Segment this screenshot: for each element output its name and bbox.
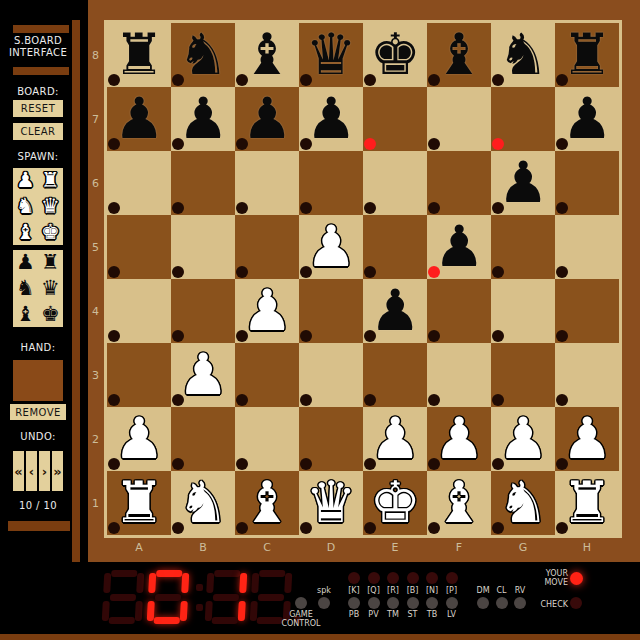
- segment-e: [250, 601, 258, 621]
- mode-led-CL: [496, 597, 508, 609]
- chess-board: 87654321 ♜♞♝♛♚♝♞♜♟♟♟♟♟♟♟♟♟♟♟♟♟♟♟♟♜♞♝♛♚♝♞…: [88, 0, 640, 562]
- rank-label-8: 8: [88, 23, 103, 87]
- square-d5[interactable]: ♟: [299, 215, 363, 279]
- segment-e: [205, 601, 213, 621]
- square-h3[interactable]: [555, 343, 619, 407]
- segment-d: [154, 617, 180, 624]
- square-led: [492, 74, 504, 86]
- clock-colon-dot: [196, 584, 203, 591]
- square-a2[interactable]: ♟: [107, 407, 171, 471]
- square-d7[interactable]: ♟: [299, 87, 363, 151]
- square-a4[interactable]: [107, 279, 171, 343]
- file-label-B: B: [171, 541, 235, 557]
- square-led: [300, 74, 312, 86]
- rank-label-7: 7: [88, 87, 103, 151]
- divider-bar-top: [13, 25, 69, 33]
- undo-first-button[interactable]: «: [13, 451, 24, 491]
- square-b7[interactable]: ♟: [171, 87, 235, 151]
- segment-f: [103, 573, 111, 593]
- square-led: [556, 74, 568, 86]
- spawn-black-bishop-button[interactable]: ♝: [13, 301, 38, 327]
- function-led-TB: [426, 597, 438, 609]
- square-f6[interactable]: [427, 151, 491, 215]
- square-e3[interactable]: [363, 343, 427, 407]
- square-led: [556, 330, 568, 342]
- segment-g: [155, 594, 181, 601]
- spawn-white-rook-button[interactable]: ♜: [38, 168, 63, 194]
- square-led: [300, 202, 312, 214]
- spk-led: [318, 597, 330, 609]
- square-c8[interactable]: ♝: [235, 23, 299, 87]
- spawn-black-king-button[interactable]: ♚: [38, 301, 63, 327]
- spawn-black-queen-button[interactable]: ♛: [38, 276, 63, 302]
- square-led: [236, 74, 248, 86]
- file-label-E: E: [363, 541, 427, 557]
- white-bishop: ♝: [16, 222, 35, 243]
- undo-back-button[interactable]: ‹: [26, 451, 37, 491]
- black-rook: ♜: [41, 252, 60, 273]
- spawn-section-label: SPAWN:: [0, 151, 76, 162]
- rank-label-6: 6: [88, 151, 103, 215]
- square-c1[interactable]: ♝: [235, 471, 299, 535]
- your-move-line1: YOUR: [524, 569, 568, 578]
- white-king: ♚: [41, 222, 60, 243]
- hand-section-label: HAND:: [0, 342, 76, 353]
- square-led: [108, 202, 120, 214]
- square-led: [172, 522, 184, 534]
- square-led: [172, 458, 184, 470]
- undo-controls: « ‹ › »: [13, 451, 63, 491]
- white-rook: ♜: [41, 170, 60, 191]
- hand-box[interactable]: [13, 360, 63, 401]
- square-led: [300, 138, 312, 150]
- your-move-line2: MOVE: [524, 578, 568, 587]
- square-led: [108, 522, 120, 534]
- square-led: [236, 458, 248, 470]
- piece-led-top-[B]: [407, 572, 419, 584]
- square-h2[interactable]: ♟: [555, 407, 619, 471]
- square-led: [428, 330, 440, 342]
- square-g2[interactable]: ♟: [491, 407, 555, 471]
- segment-c: [135, 601, 143, 621]
- segment-g: [110, 594, 136, 601]
- square-led: [492, 522, 504, 534]
- square-led: [236, 394, 248, 406]
- file-label-G: G: [491, 541, 555, 557]
- square-e2[interactable]: ♟: [363, 407, 427, 471]
- square-e6[interactable]: [363, 151, 427, 215]
- square-led: [300, 330, 312, 342]
- board-section-label: BOARD:: [0, 86, 76, 97]
- spawn-white-knight-button[interactable]: ♞: [13, 194, 38, 220]
- piece-label-[P]: [P]: [438, 586, 466, 595]
- control-panel: GAME CONTROL spk [K]PB[Q]PV[R]TM[B]ST[N]…: [0, 562, 640, 640]
- square-d3[interactable]: [299, 343, 363, 407]
- your-move-label: YOUR MOVE: [524, 569, 568, 587]
- square-d2[interactable]: [299, 407, 363, 471]
- square-g4[interactable]: [491, 279, 555, 343]
- segment-a: [214, 570, 240, 577]
- square-led: [556, 202, 568, 214]
- game-label-line2: CONTROL: [278, 619, 324, 628]
- sidebar: S.BOARD INTERFACE BOARD: RESET CLEAR SPA…: [0, 0, 85, 640]
- square-led: [172, 266, 184, 278]
- game-label-line1: GAME: [278, 610, 324, 619]
- check-label: CHECK: [524, 600, 568, 609]
- black-bishop: ♝: [16, 304, 35, 325]
- segment-c: [238, 601, 246, 621]
- app-title-line2: INTERFACE: [0, 47, 76, 58]
- segment-e: [147, 601, 155, 621]
- white-knight: ♞: [16, 196, 35, 217]
- file-label-A: A: [107, 541, 171, 557]
- square-a8[interactable]: ♜: [107, 23, 171, 87]
- board-grid: ♜♞♝♛♚♝♞♜♟♟♟♟♟♟♟♟♟♟♟♟♟♟♟♟♜♞♝♛♚♝♞♜: [104, 20, 622, 538]
- square-led: [108, 138, 120, 150]
- function-led-TM: [387, 597, 399, 609]
- segment-a: [156, 570, 182, 577]
- spawn-white-pawn-button[interactable]: ♟: [13, 168, 38, 194]
- square-led: [172, 330, 184, 342]
- square-g6[interactable]: ♟: [491, 151, 555, 215]
- segment-e: [102, 601, 110, 621]
- divider-bar-under-title: [13, 67, 69, 75]
- black-pawn: ♟: [16, 252, 35, 273]
- segment-g: [258, 594, 284, 601]
- square-led: [556, 266, 568, 278]
- square-led: [300, 458, 312, 470]
- square-c3[interactable]: [235, 343, 299, 407]
- undo-counter: 10 / 10: [0, 500, 76, 511]
- segment-b: [136, 573, 144, 593]
- square-f5[interactable]: ♟: [427, 215, 491, 279]
- bottom-trim-strip: [0, 634, 640, 640]
- square-led-red: [492, 138, 504, 150]
- square-led: [556, 458, 568, 470]
- square-led: [236, 138, 248, 150]
- square-h8[interactable]: ♜: [555, 23, 619, 87]
- square-led: [364, 330, 376, 342]
- square-d4[interactable]: [299, 279, 363, 343]
- segment-f: [206, 573, 214, 593]
- rank-label-4: 4: [88, 279, 103, 343]
- clock-digit-1: [102, 570, 145, 624]
- undo-section-label: UNDO:: [0, 431, 76, 442]
- square-h1[interactable]: ♜: [555, 471, 619, 535]
- divider-bar-bottom: [8, 521, 70, 531]
- function-led-PV: [368, 597, 380, 609]
- function-led-LV: [446, 597, 458, 609]
- square-led: [108, 394, 120, 406]
- square-led: [428, 202, 440, 214]
- square-led: [364, 74, 376, 86]
- square-led: [364, 458, 376, 470]
- square-led: [556, 394, 568, 406]
- segment-a: [259, 570, 285, 577]
- square-led: [492, 394, 504, 406]
- square-d1[interactable]: ♛: [299, 471, 363, 535]
- file-label-H: H: [555, 541, 619, 557]
- square-led: [236, 330, 248, 342]
- segment-a: [111, 570, 137, 577]
- spawn-black-panel: ♟♜♞♛♝♚: [13, 250, 63, 327]
- square-led-red: [428, 266, 440, 278]
- square-led: [108, 330, 120, 342]
- square-led: [172, 138, 184, 150]
- square-led: [300, 522, 312, 534]
- clock-display: [103, 570, 303, 624]
- game-control-label: GAME CONTROL: [278, 610, 324, 628]
- square-f2[interactable]: ♟: [427, 407, 491, 471]
- black-queen: ♛: [41, 278, 60, 299]
- piece-led-top-[Q]: [368, 572, 380, 584]
- file-label-D: D: [299, 541, 363, 557]
- square-e1[interactable]: ♚: [363, 471, 427, 535]
- square-led: [428, 458, 440, 470]
- square-led: [492, 266, 504, 278]
- game-control-led: [295, 597, 307, 609]
- black-knight: ♞: [16, 278, 35, 299]
- square-b5[interactable]: [171, 215, 235, 279]
- mode-label-RV: RV: [506, 586, 534, 595]
- square-f8[interactable]: ♝: [427, 23, 491, 87]
- square-led: [108, 266, 120, 278]
- square-led: [556, 522, 568, 534]
- clear-button[interactable]: CLEAR: [13, 123, 63, 140]
- black-king: ♚: [41, 304, 60, 325]
- app-title-line1: S.BOARD: [0, 35, 76, 46]
- your-move-led: [570, 572, 583, 585]
- square-h7[interactable]: ♟: [555, 87, 619, 151]
- square-e8[interactable]: ♚: [363, 23, 427, 87]
- square-led: [364, 266, 376, 278]
- square-h4[interactable]: [555, 279, 619, 343]
- square-g3[interactable]: [491, 343, 555, 407]
- square-led: [428, 74, 440, 86]
- square-h5[interactable]: [555, 215, 619, 279]
- square-led: [108, 74, 120, 86]
- square-led: [300, 266, 312, 278]
- square-g7[interactable]: [491, 87, 555, 151]
- square-led: [172, 74, 184, 86]
- square-b2[interactable]: [171, 407, 235, 471]
- square-b6[interactable]: [171, 151, 235, 215]
- redo-last-button[interactable]: »: [52, 451, 63, 491]
- segment-b: [284, 573, 292, 593]
- square-led: [172, 394, 184, 406]
- mode-led-DM: [477, 597, 489, 609]
- square-led: [492, 202, 504, 214]
- square-c2[interactable]: [235, 407, 299, 471]
- spawn-white-panel: ♟♜♞♛♝♚: [13, 168, 63, 245]
- function-led-PB: [348, 597, 360, 609]
- square-e5[interactable]: [363, 215, 427, 279]
- square-a7[interactable]: ♟: [107, 87, 171, 151]
- clock-colon-dot: [196, 604, 203, 611]
- function-label-LV: LV: [438, 610, 466, 619]
- square-d8[interactable]: ♛: [299, 23, 363, 87]
- square-led: [428, 138, 440, 150]
- square-d6[interactable]: [299, 151, 363, 215]
- segment-f: [148, 573, 156, 593]
- square-f7[interactable]: [427, 87, 491, 151]
- sboard-interface-app: S.BOARD INTERFACE BOARD: RESET CLEAR SPA…: [0, 0, 640, 640]
- spawn-black-pawn-button[interactable]: ♟: [13, 250, 38, 276]
- square-led: [172, 202, 184, 214]
- rank-label-1: 1: [88, 471, 103, 535]
- square-led: [236, 202, 248, 214]
- square-led: [364, 202, 376, 214]
- square-led: [556, 138, 568, 150]
- file-label-F: F: [427, 541, 491, 557]
- piece-led-top-[N]: [426, 572, 438, 584]
- square-e4[interactable]: ♟: [363, 279, 427, 343]
- square-b3[interactable]: ♟: [171, 343, 235, 407]
- square-h6[interactable]: [555, 151, 619, 215]
- square-f3[interactable]: [427, 343, 491, 407]
- square-led: [364, 522, 376, 534]
- square-led: [428, 522, 440, 534]
- clock-digit-3: [205, 570, 248, 624]
- square-e7[interactable]: [363, 87, 427, 151]
- rank-label-5: 5: [88, 215, 103, 279]
- piece-led-top-[R]: [387, 572, 399, 584]
- square-led: [492, 458, 504, 470]
- rank-label-3: 3: [88, 343, 103, 407]
- spk-label: spk: [310, 586, 338, 595]
- square-a5[interactable]: [107, 215, 171, 279]
- square-c7[interactable]: ♟: [235, 87, 299, 151]
- file-label-C: C: [235, 541, 299, 557]
- square-c4[interactable]: ♟: [235, 279, 299, 343]
- square-a6[interactable]: [107, 151, 171, 215]
- segment-g: [213, 594, 239, 601]
- square-led: [236, 266, 248, 278]
- square-b8[interactable]: ♞: [171, 23, 235, 87]
- square-g5[interactable]: [491, 215, 555, 279]
- square-led-red: [364, 138, 376, 150]
- square-g8[interactable]: ♞: [491, 23, 555, 87]
- check-led: [570, 597, 582, 609]
- segment-f: [251, 573, 259, 593]
- clock-digit-2: [147, 570, 190, 624]
- square-led: [300, 394, 312, 406]
- white-queen: ♛: [41, 196, 60, 217]
- spawn-black-rook-button[interactable]: ♜: [38, 250, 63, 276]
- spawn-white-queen-button[interactable]: ♛: [38, 194, 63, 220]
- square-led: [492, 330, 504, 342]
- square-c6[interactable]: [235, 151, 299, 215]
- spawn-black-knight-button[interactable]: ♞: [13, 276, 38, 302]
- segment-c: [180, 601, 188, 621]
- square-b1[interactable]: ♞: [171, 471, 235, 535]
- segment-d: [212, 617, 238, 624]
- function-led-ST: [407, 597, 419, 609]
- square-f1[interactable]: ♝: [427, 471, 491, 535]
- piece-led-top-[K]: [348, 572, 360, 584]
- spawn-white-bishop-button[interactable]: ♝: [13, 219, 38, 245]
- square-c5[interactable]: [235, 215, 299, 279]
- square-led: [428, 394, 440, 406]
- segment-b: [239, 573, 247, 593]
- square-led: [364, 394, 376, 406]
- spawn-white-king-button[interactable]: ♚: [38, 219, 63, 245]
- square-b4[interactable]: [171, 279, 235, 343]
- square-led: [108, 458, 120, 470]
- segment-b: [181, 573, 189, 593]
- square-a1[interactable]: ♜: [107, 471, 171, 535]
- square-a3[interactable]: [107, 343, 171, 407]
- sidebar-edge-stripe: [72, 20, 80, 562]
- square-g1[interactable]: ♞: [491, 471, 555, 535]
- segment-d: [109, 617, 135, 624]
- redo-forward-button[interactable]: ›: [39, 451, 50, 491]
- square-f4[interactable]: [427, 279, 491, 343]
- remove-button[interactable]: REMOVE: [10, 404, 66, 420]
- white-pawn: ♟: [16, 170, 35, 191]
- piece-led-top-[P]: [446, 572, 458, 584]
- square-led: [236, 522, 248, 534]
- rank-label-2: 2: [88, 407, 103, 471]
- reset-button[interactable]: RESET: [13, 100, 63, 117]
